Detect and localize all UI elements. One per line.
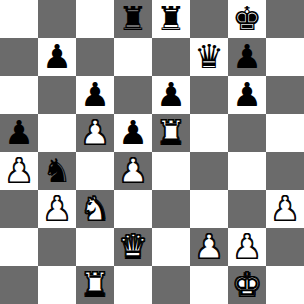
square-d2[interactable]: ♛: [114, 228, 152, 266]
square-c8[interactable]: [76, 0, 114, 38]
square-h1[interactable]: [266, 266, 304, 304]
square-d5[interactable]: ♟: [114, 114, 152, 152]
square-c3[interactable]: ♞: [76, 190, 114, 228]
square-d7[interactable]: [114, 38, 152, 76]
square-e1[interactable]: [152, 266, 190, 304]
piece-black-pawn: ♟: [156, 76, 186, 114]
piece-black-pawn: ♟: [4, 114, 34, 152]
square-f8[interactable]: [190, 0, 228, 38]
piece-white-knight: ♞: [80, 190, 110, 228]
piece-black-rook: ♜: [156, 0, 186, 38]
square-a3[interactable]: [0, 190, 38, 228]
square-b6[interactable]: [38, 76, 76, 114]
square-e8[interactable]: ♜: [152, 0, 190, 38]
square-g4[interactable]: [228, 152, 266, 190]
piece-white-pawn: ♟: [194, 228, 224, 266]
square-f7[interactable]: ♛: [190, 38, 228, 76]
square-g2[interactable]: ♟: [228, 228, 266, 266]
piece-black-pawn: ♟: [232, 76, 262, 114]
square-f3[interactable]: [190, 190, 228, 228]
square-d1[interactable]: [114, 266, 152, 304]
piece-white-pawn: ♟: [4, 152, 34, 190]
square-a8[interactable]: [0, 0, 38, 38]
square-a4[interactable]: ♟: [0, 152, 38, 190]
square-d4[interactable]: ♟: [114, 152, 152, 190]
piece-black-knight: ♞: [42, 152, 72, 190]
square-e4[interactable]: [152, 152, 190, 190]
square-a6[interactable]: [0, 76, 38, 114]
piece-white-king: ♚: [232, 266, 262, 304]
square-c6[interactable]: ♟: [76, 76, 114, 114]
square-e6[interactable]: ♟: [152, 76, 190, 114]
square-b1[interactable]: [38, 266, 76, 304]
piece-white-pawn: ♟: [232, 228, 262, 266]
piece-white-rook: ♜: [156, 114, 186, 152]
chess-board: ♜♜♚♟♛♟♟♟♟♟♟♟♜♟♞♟♟♞♟♛♟♟♜♚: [0, 0, 304, 304]
piece-black-king: ♚: [232, 0, 262, 38]
square-b3[interactable]: ♟: [38, 190, 76, 228]
piece-white-rook: ♜: [80, 266, 110, 304]
square-h2[interactable]: [266, 228, 304, 266]
square-f5[interactable]: [190, 114, 228, 152]
square-g8[interactable]: ♚: [228, 0, 266, 38]
square-f6[interactable]: [190, 76, 228, 114]
square-d8[interactable]: ♜: [114, 0, 152, 38]
square-h5[interactable]: [266, 114, 304, 152]
piece-white-pawn: ♟: [270, 190, 300, 228]
square-g1[interactable]: ♚: [228, 266, 266, 304]
square-c1[interactable]: ♜: [76, 266, 114, 304]
square-c7[interactable]: [76, 38, 114, 76]
square-h4[interactable]: [266, 152, 304, 190]
square-f1[interactable]: [190, 266, 228, 304]
square-e5[interactable]: ♜: [152, 114, 190, 152]
square-g7[interactable]: ♟: [228, 38, 266, 76]
square-c2[interactable]: [76, 228, 114, 266]
square-e3[interactable]: [152, 190, 190, 228]
piece-black-pawn: ♟: [232, 38, 262, 76]
square-h3[interactable]: ♟: [266, 190, 304, 228]
square-d6[interactable]: [114, 76, 152, 114]
square-b8[interactable]: [38, 0, 76, 38]
piece-black-pawn: ♟: [80, 76, 110, 114]
square-b4[interactable]: ♞: [38, 152, 76, 190]
square-a5[interactable]: ♟: [0, 114, 38, 152]
square-f2[interactable]: ♟: [190, 228, 228, 266]
piece-white-pawn: ♟: [42, 190, 72, 228]
square-g3[interactable]: [228, 190, 266, 228]
square-d3[interactable]: [114, 190, 152, 228]
square-e7[interactable]: [152, 38, 190, 76]
square-c5[interactable]: ♟: [76, 114, 114, 152]
piece-white-pawn: ♟: [80, 114, 110, 152]
square-f4[interactable]: [190, 152, 228, 190]
square-e2[interactable]: [152, 228, 190, 266]
square-h6[interactable]: [266, 76, 304, 114]
piece-white-pawn: ♟: [118, 152, 148, 190]
square-b5[interactable]: [38, 114, 76, 152]
square-a7[interactable]: [0, 38, 38, 76]
square-h7[interactable]: [266, 38, 304, 76]
square-g5[interactable]: [228, 114, 266, 152]
piece-white-queen: ♛: [118, 228, 148, 266]
square-b2[interactable]: [38, 228, 76, 266]
piece-black-pawn: ♟: [42, 38, 72, 76]
piece-black-queen: ♛: [194, 38, 224, 76]
square-g6[interactable]: ♟: [228, 76, 266, 114]
piece-black-pawn: ♟: [118, 114, 148, 152]
square-b7[interactable]: ♟: [38, 38, 76, 76]
piece-black-rook: ♜: [118, 0, 148, 38]
square-c4[interactable]: [76, 152, 114, 190]
square-a2[interactable]: [0, 228, 38, 266]
square-h8[interactable]: [266, 0, 304, 38]
square-a1[interactable]: [0, 266, 38, 304]
